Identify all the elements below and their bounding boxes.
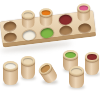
- cylinder-top-fill-natural: [71, 68, 82, 74]
- cylinder-dark-red-loose[interactable]: [85, 52, 99, 75]
- matching-board: [0, 10, 96, 47]
- cylinder-top-fill-orange: [42, 10, 52, 16]
- cylinder-natural-on-board[interactable]: [21, 10, 34, 28]
- cylinder-top-fill-pink: [79, 5, 89, 11]
- cylinder-top: [69, 66, 84, 76]
- cylinder-natural-loose-left[interactable]: [21, 56, 35, 79]
- board-insert-white[interactable]: [22, 29, 36, 41]
- cylinder-top-fill-white: [5, 63, 16, 69]
- board-recess-front-4-empty[interactable]: [59, 25, 73, 37]
- board-recess-front-5-empty[interactable]: [78, 22, 92, 34]
- cylinder-top: [77, 4, 90, 13]
- cylinder-orange-on-board[interactable]: [40, 8, 53, 26]
- cylinder-top-fill-green: [65, 52, 76, 58]
- board-insert-green[interactable]: [40, 27, 54, 39]
- cylinder-pink-on-board[interactable]: [77, 4, 90, 22]
- cylinder-top-fill-natural: [23, 58, 33, 64]
- product-photo-scene: [0, 0, 100, 100]
- cylinder-natural-loose-right[interactable]: [69, 66, 84, 88]
- cylinder-top-fill-natural: [23, 12, 33, 18]
- cylinder-top-fill-dark-red: [87, 54, 97, 60]
- cylinder-top: [21, 56, 35, 66]
- cylinder-top: [21, 10, 34, 19]
- board-recess-front-1-empty[interactable]: [3, 31, 17, 43]
- cylinder-top: [85, 52, 99, 62]
- cylinder-top: [63, 50, 78, 60]
- cylinder-white-loose[interactable]: [3, 61, 18, 85]
- cylinder-top: [3, 61, 18, 71]
